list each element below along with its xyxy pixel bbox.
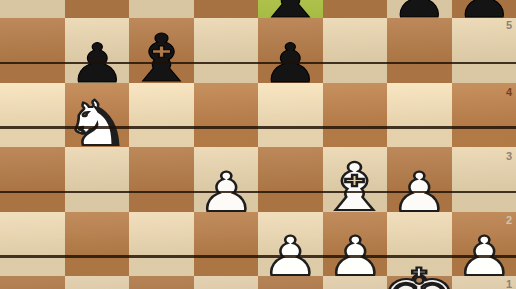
square-a1[interactable] [0, 276, 65, 289]
white-bishop-f3[interactable]: ♝ [319, 154, 391, 220]
square-b1[interactable] [65, 276, 130, 289]
square-d4[interactable] [194, 83, 259, 148]
white-pawn-h2[interactable]: ♟ [455, 229, 512, 283]
white-king-g1[interactable]: ♚ [380, 259, 458, 289]
square-e4[interactable] [258, 83, 323, 148]
square-b5[interactable]: ♟ [65, 18, 130, 83]
black-bishop-c5[interactable]: ♝ [125, 25, 197, 91]
square-c3[interactable] [129, 147, 194, 212]
square-e6[interactable]: ♝ [258, 0, 323, 18]
square-b4[interactable]: ♞ [65, 83, 130, 148]
black-pawn-b5[interactable]: ♟ [68, 36, 125, 90]
square-g4[interactable] [387, 83, 452, 148]
square-h4[interactable] [452, 83, 516, 148]
square-e1[interactable] [258, 276, 323, 289]
square-f1[interactable] [323, 276, 388, 289]
square-c6[interactable] [129, 0, 194, 18]
square-c1[interactable] [129, 276, 194, 289]
square-d5[interactable] [194, 18, 259, 83]
square-a3[interactable] [0, 147, 65, 212]
square-c2[interactable] [129, 212, 194, 277]
square-b6[interactable] [65, 0, 130, 18]
square-g1[interactable]: ♚ [387, 276, 452, 289]
square-f3[interactable]: ♝ [323, 147, 388, 212]
black-pawn-e5[interactable]: ♟ [262, 36, 319, 90]
chess-board-viewport: ♝♟♟♟♝♟♞♟♝♟♟♟♟♚ 54321 [0, 0, 516, 289]
square-d1[interactable] [194, 276, 259, 289]
square-h5[interactable] [452, 18, 516, 83]
square-d2[interactable] [194, 212, 259, 277]
white-pawn-g3[interactable]: ♟ [391, 165, 448, 219]
white-pawn-f2[interactable]: ♟ [326, 229, 383, 283]
white-pawn-e2[interactable]: ♟ [262, 229, 319, 283]
square-d6[interactable] [194, 0, 259, 18]
square-d3[interactable]: ♟ [194, 147, 259, 212]
square-f6[interactable] [323, 0, 388, 18]
square-a6[interactable] [0, 0, 65, 18]
square-f5[interactable] [323, 18, 388, 83]
square-b3[interactable] [65, 147, 130, 212]
square-c4[interactable] [129, 83, 194, 148]
square-h2[interactable]: ♟ [452, 212, 516, 277]
square-e3[interactable] [258, 147, 323, 212]
square-c5[interactable]: ♝ [129, 18, 194, 83]
square-g5[interactable] [387, 18, 452, 83]
square-a2[interactable] [0, 212, 65, 277]
chess-board: ♝♟♟♟♝♟♞♟♝♟♟♟♟♚ [0, 0, 516, 289]
white-knight-b4[interactable]: ♞ [63, 93, 130, 155]
square-h1[interactable] [452, 276, 516, 289]
square-b2[interactable] [65, 212, 130, 277]
square-g6[interactable]: ♟ [387, 0, 452, 18]
square-h3[interactable] [452, 147, 516, 212]
square-a5[interactable] [0, 18, 65, 83]
square-f2[interactable]: ♟ [323, 212, 388, 277]
white-pawn-d3[interactable]: ♟ [197, 165, 254, 219]
square-e2[interactable]: ♟ [258, 212, 323, 277]
square-h6[interactable]: ♟ [452, 0, 516, 18]
square-a4[interactable] [0, 83, 65, 148]
square-f4[interactable] [323, 83, 388, 148]
square-e5[interactable]: ♟ [258, 18, 323, 83]
square-g3[interactable]: ♟ [387, 147, 452, 212]
